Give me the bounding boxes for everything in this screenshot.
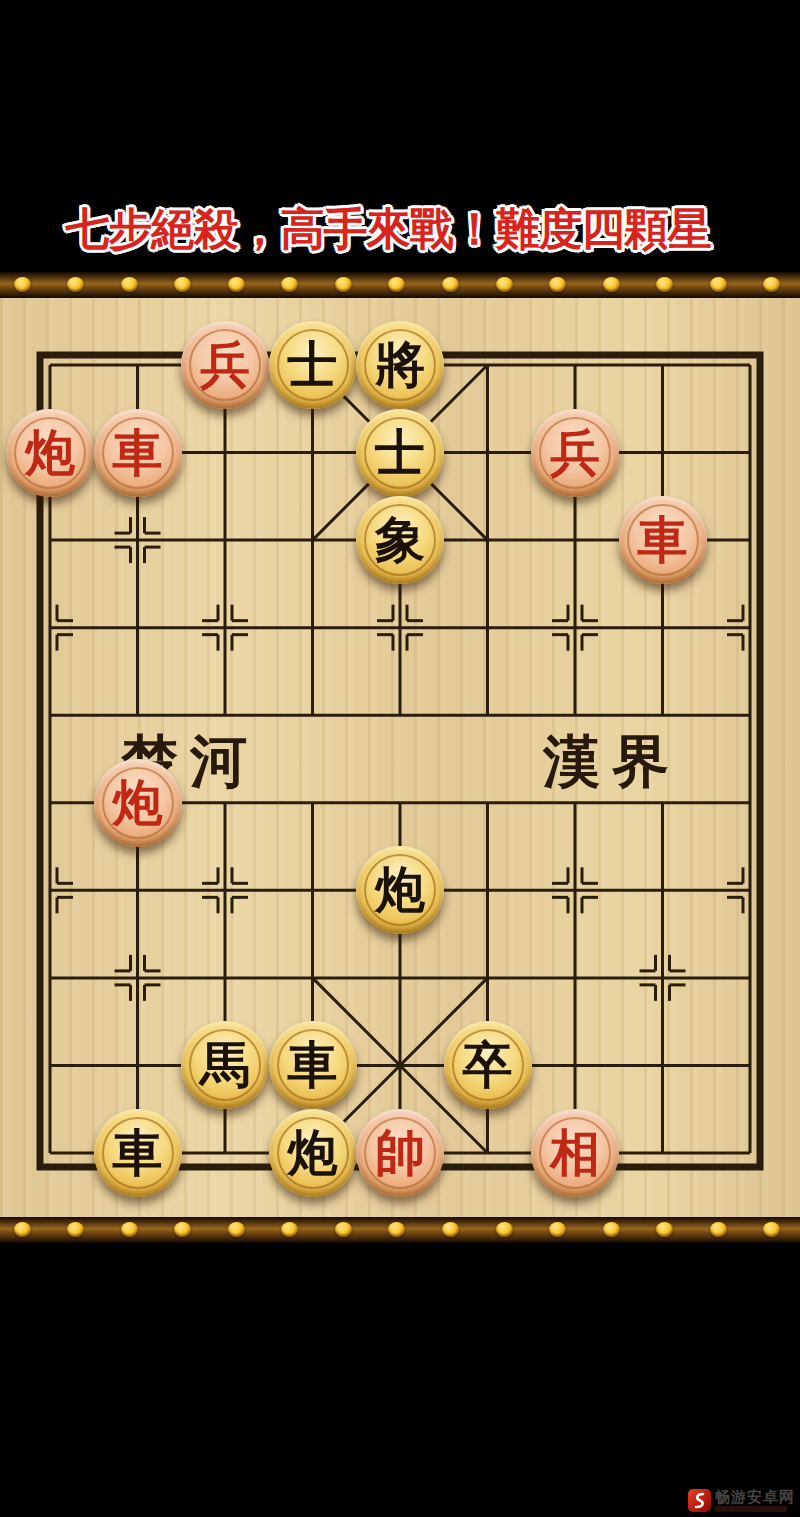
piece-character: 相 (550, 1109, 600, 1197)
stud-icon (174, 1222, 191, 1237)
stud-icon (121, 277, 138, 292)
piece-character: 炮 (113, 759, 163, 847)
stud-icon (603, 1222, 620, 1237)
stud-icon (228, 277, 245, 292)
stud-icon (710, 277, 727, 292)
piece-character: 車 (288, 1021, 338, 1109)
piece-red-cannon[interactable]: 炮 (94, 759, 182, 847)
piece-character: 兵 (200, 321, 250, 409)
watermark: 畅游安卓网 (688, 1489, 795, 1512)
piece-character: 車 (638, 496, 688, 584)
stud-icon (335, 277, 352, 292)
stud-icon (14, 1222, 31, 1237)
stud-icon (228, 1222, 245, 1237)
piece-red-pawn[interactable]: 兵 (181, 321, 269, 409)
piece-red-general[interactable]: 帥 (356, 1109, 444, 1197)
piece-red-elephant[interactable]: 相 (531, 1109, 619, 1197)
piece-red-cannon[interactable]: 炮 (6, 409, 94, 497)
stud-icon (281, 1222, 298, 1237)
stud-icon (388, 1222, 405, 1237)
stud-icon (174, 277, 191, 292)
watermark-logo-icon (688, 1489, 711, 1512)
piece-black-cannon[interactable]: 炮 (269, 1109, 357, 1197)
stud-icon (549, 277, 566, 292)
stud-icon (335, 1222, 352, 1237)
stud-icon (442, 1222, 459, 1237)
stud-icon (121, 1222, 138, 1237)
piece-character: 帥 (375, 1109, 425, 1197)
stud-icon (67, 277, 84, 292)
piece-black-pawn[interactable]: 卒 (444, 1021, 532, 1109)
stud-icon (656, 277, 673, 292)
stud-icon (496, 1222, 513, 1237)
piece-character: 炮 (25, 409, 75, 497)
piece-character: 炮 (375, 846, 425, 934)
piece-black-cannon[interactable]: 炮 (356, 846, 444, 934)
piece-black-chariot[interactable]: 車 (94, 1109, 182, 1197)
piece-character: 兵 (550, 409, 600, 497)
stud-icon (549, 1222, 566, 1237)
puzzle-title: 七步絕殺，高手來戰！難度四顆星 (0, 200, 788, 258)
river-label-han: 漢界 (543, 724, 681, 801)
watermark-subtext-bar (715, 1506, 787, 1512)
piece-character: 將 (375, 321, 425, 409)
piece-black-horse[interactable]: 馬 (181, 1021, 269, 1109)
piece-character: 卒 (463, 1021, 513, 1109)
stud-icon (763, 277, 780, 292)
stud-icon (603, 277, 620, 292)
piece-black-advisor[interactable]: 士 (269, 321, 357, 409)
piece-character: 車 (113, 1109, 163, 1197)
piece-black-elephant[interactable]: 象 (356, 496, 444, 584)
stud-icon (388, 277, 405, 292)
watermark-text: 畅游安卓网 (715, 1489, 795, 1505)
stud-icon (442, 277, 459, 292)
stud-icon (710, 1222, 727, 1237)
piece-character: 象 (375, 496, 425, 584)
app-screen: 七步絕殺，高手來戰！難度四顆星 楚河 漢界 兵士將炮車士兵象車炮炮馬車卒車炮帥相… (0, 0, 800, 1517)
piece-black-chariot[interactable]: 車 (269, 1021, 357, 1109)
piece-red-chariot[interactable]: 車 (94, 409, 182, 497)
stud-icon (656, 1222, 673, 1237)
piece-character: 車 (113, 409, 163, 497)
piece-character: 士 (375, 409, 425, 497)
piece-red-chariot[interactable]: 車 (619, 496, 707, 584)
piece-black-general[interactable]: 將 (356, 321, 444, 409)
decor-bar-bottom (0, 1217, 800, 1243)
stud-icon (14, 277, 31, 292)
stud-icon (763, 1222, 780, 1237)
piece-character: 士 (288, 321, 338, 409)
piece-red-pawn[interactable]: 兵 (531, 409, 619, 497)
piece-black-advisor[interactable]: 士 (356, 409, 444, 497)
stud-icon (281, 277, 298, 292)
piece-character: 馬 (200, 1021, 250, 1109)
stud-icon (67, 1222, 84, 1237)
decor-bar-top (0, 272, 800, 298)
stud-icon (496, 277, 513, 292)
piece-character: 炮 (288, 1109, 338, 1197)
